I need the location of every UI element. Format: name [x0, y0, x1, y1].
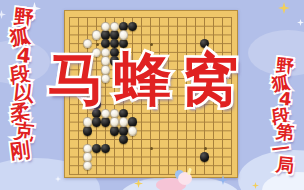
thumbnail-background: 野狐4段以柔克刚 马蜂窝 野狐4段第一局 — [0, 0, 304, 190]
pony-horn — [187, 168, 192, 176]
star-point — [150, 147, 153, 150]
white-stone — [119, 117, 128, 126]
caption-char: 刚 — [9, 140, 31, 161]
white-stone — [83, 161, 92, 170]
white-stone — [110, 117, 119, 126]
black-stone — [200, 152, 209, 161]
white-stone — [119, 30, 128, 39]
sparkle-star-icon — [297, 19, 304, 26]
black-stone — [92, 144, 101, 153]
white-stone — [92, 30, 101, 39]
black-stone — [101, 117, 110, 126]
black-stone — [128, 22, 137, 31]
black-stone — [92, 117, 101, 126]
black-stone — [110, 126, 119, 135]
black-stone — [101, 144, 110, 153]
caption-char: 局 — [275, 156, 295, 174]
black-stone — [119, 135, 128, 144]
black-stone — [83, 126, 92, 135]
white-stone — [128, 126, 137, 135]
white-stone — [83, 117, 92, 126]
white-stone — [110, 22, 119, 31]
pony-mascot — [148, 172, 200, 190]
sparkle-star-icon — [278, 2, 290, 14]
title-overlay: 马蜂窝 — [48, 47, 249, 113]
right-caption: 野狐4段第一局 — [264, 58, 302, 174]
left-caption: 野狐4段以柔克刚 — [4, 8, 40, 160]
star-point — [204, 147, 207, 150]
white-stone — [101, 22, 110, 31]
